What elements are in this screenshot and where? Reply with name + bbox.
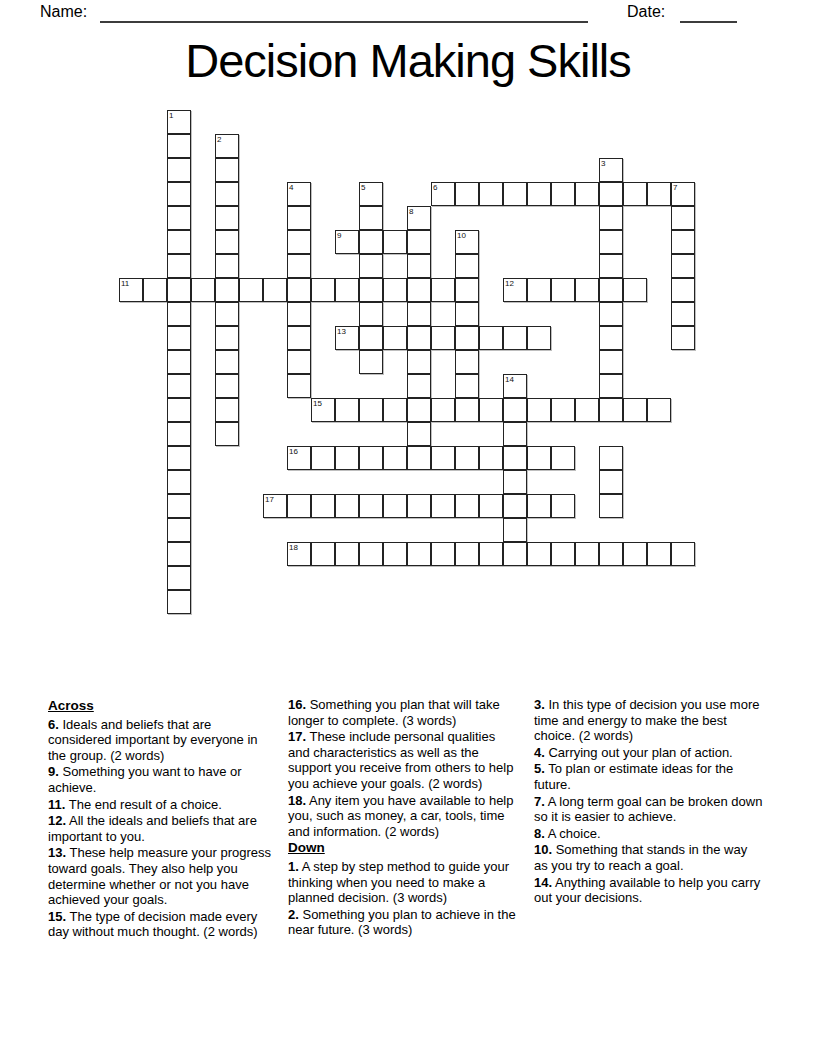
grid-void — [575, 350, 599, 374]
grid-void — [407, 470, 431, 494]
grid-void — [287, 110, 311, 134]
grid-cell[interactable]: 18 — [287, 542, 311, 566]
grid-void — [647, 590, 671, 614]
grid-void — [575, 422, 599, 446]
grid-void — [191, 470, 215, 494]
grid-void — [215, 446, 239, 470]
grid-void — [239, 158, 263, 182]
grid-cell[interactable] — [623, 542, 647, 566]
grid-void — [143, 590, 167, 614]
grid-cell[interactable] — [359, 206, 383, 230]
grid-cell[interactable] — [551, 542, 575, 566]
grid-void — [527, 302, 551, 326]
grid-cell[interactable]: 8 — [407, 206, 431, 230]
grid-cell[interactable] — [167, 302, 191, 326]
grid-void — [143, 326, 167, 350]
grid-void — [671, 350, 695, 374]
grid-cell[interactable] — [599, 374, 623, 398]
grid-void — [647, 422, 671, 446]
grid-cell[interactable] — [599, 302, 623, 326]
grid-cell[interactable] — [407, 230, 431, 254]
grid-void — [479, 374, 503, 398]
grid-cell[interactable] — [191, 278, 215, 302]
grid-cell[interactable] — [167, 590, 191, 614]
grid-cell[interactable] — [599, 230, 623, 254]
grid-cell[interactable] — [599, 542, 623, 566]
grid-void — [359, 134, 383, 158]
grid-cell[interactable] — [359, 446, 383, 470]
crossword-grid: 123456789101112131415161718 — [119, 110, 695, 614]
clue-item-across-18: 18. Any item you have available to help … — [288, 793, 520, 840]
grid-void — [575, 446, 599, 470]
grid-cell[interactable]: 10 — [455, 230, 479, 254]
grid-void — [407, 110, 431, 134]
grid-void — [551, 110, 575, 134]
cell-clue-number: 1 — [169, 111, 173, 120]
grid-cell[interactable] — [551, 398, 575, 422]
grid-void — [479, 230, 503, 254]
grid-cell[interactable] — [455, 398, 479, 422]
grid-cell[interactable] — [431, 326, 455, 350]
grid-cell[interactable] — [215, 182, 239, 206]
grid-cell[interactable] — [455, 254, 479, 278]
grid-cell[interactable] — [647, 182, 671, 206]
grid-cell[interactable] — [431, 494, 455, 518]
grid-cell[interactable] — [359, 302, 383, 326]
grid-cell[interactable] — [599, 494, 623, 518]
grid-cell[interactable] — [503, 446, 527, 470]
grid-void — [455, 110, 479, 134]
grid-cell[interactable] — [407, 422, 431, 446]
cell-clue-number: 4 — [289, 183, 293, 192]
grid-void — [575, 134, 599, 158]
grid-cell[interactable] — [167, 518, 191, 542]
grid-void — [503, 254, 527, 278]
clue-item-text: Any item you have available to help you,… — [288, 793, 514, 839]
grid-void — [479, 302, 503, 326]
grid-cell[interactable] — [359, 350, 383, 374]
grid-cell[interactable]: 13 — [335, 326, 359, 350]
clue-item-down-4: 4. Carrying out your plan of action. — [534, 745, 764, 761]
clue-item-number: 15. — [48, 909, 66, 924]
grid-cell[interactable] — [479, 542, 503, 566]
grid-cell[interactable] — [455, 182, 479, 206]
grid-cell[interactable]: 9 — [335, 230, 359, 254]
grid-void — [191, 494, 215, 518]
grid-cell[interactable] — [359, 326, 383, 350]
grid-cell[interactable] — [479, 326, 503, 350]
grid-void — [383, 206, 407, 230]
grid-cell[interactable] — [407, 350, 431, 374]
grid-cell[interactable] — [671, 302, 695, 326]
grid-cell[interactable] — [239, 278, 263, 302]
grid-cell[interactable] — [359, 278, 383, 302]
clue-item-text: Something you plan that will take longer… — [288, 697, 500, 728]
grid-void — [239, 134, 263, 158]
grid-void — [383, 350, 407, 374]
grid-cell[interactable] — [287, 302, 311, 326]
grid-cell[interactable] — [287, 374, 311, 398]
grid-cell[interactable] — [503, 182, 527, 206]
grid-cell[interactable] — [215, 374, 239, 398]
grid-cell[interactable] — [407, 374, 431, 398]
grid-cell[interactable] — [287, 350, 311, 374]
grid-cell[interactable]: 15 — [311, 398, 335, 422]
grid-cell[interactable] — [263, 278, 287, 302]
grid-cell[interactable] — [647, 542, 671, 566]
grid-cell[interactable] — [599, 350, 623, 374]
grid-void — [191, 326, 215, 350]
grid-cell[interactable] — [431, 278, 455, 302]
grid-cell[interactable] — [503, 398, 527, 422]
grid-cell[interactable] — [599, 206, 623, 230]
grid-void — [143, 446, 167, 470]
grid-void — [119, 206, 143, 230]
grid-cell[interactable] — [599, 470, 623, 494]
grid-cell[interactable] — [287, 254, 311, 278]
grid-void — [647, 374, 671, 398]
grid-cell[interactable] — [215, 326, 239, 350]
grid-cell[interactable] — [407, 254, 431, 278]
clue-item-number: 7. — [534, 794, 545, 809]
grid-void — [311, 182, 335, 206]
grid-cell[interactable] — [167, 446, 191, 470]
grid-cell[interactable] — [575, 182, 599, 206]
grid-void — [143, 542, 167, 566]
grid-cell[interactable] — [383, 326, 407, 350]
grid-cell[interactable] — [167, 278, 191, 302]
grid-cell[interactable] — [623, 278, 647, 302]
grid-void — [119, 470, 143, 494]
clue-item-text: To plan or estimate ideas for the future… — [534, 761, 733, 792]
grid-void — [263, 470, 287, 494]
grid-cell[interactable] — [335, 398, 359, 422]
grid-cell[interactable] — [455, 494, 479, 518]
grid-void — [527, 206, 551, 230]
grid-void — [575, 254, 599, 278]
grid-cell[interactable] — [287, 326, 311, 350]
grid-cell[interactable] — [407, 326, 431, 350]
grid-cell[interactable] — [167, 182, 191, 206]
grid-cell[interactable] — [551, 494, 575, 518]
grid-cell[interactable] — [167, 422, 191, 446]
grid-cell[interactable] — [431, 542, 455, 566]
grid-cell[interactable] — [143, 278, 167, 302]
grid-void — [263, 110, 287, 134]
grid-cell[interactable] — [215, 230, 239, 254]
grid-cell[interactable] — [575, 542, 599, 566]
grid-cell[interactable] — [335, 446, 359, 470]
clue-item-text: All the ideals and beliefs that are impo… — [48, 813, 257, 844]
grid-cell[interactable] — [527, 278, 551, 302]
grid-cell[interactable] — [359, 230, 383, 254]
grid-cell[interactable] — [407, 278, 431, 302]
grid-cell[interactable] — [287, 494, 311, 518]
grid-cell[interactable]: 3 — [599, 158, 623, 182]
grid-cell[interactable] — [575, 278, 599, 302]
grid-void — [431, 206, 455, 230]
grid-void — [479, 110, 503, 134]
grid-void — [311, 326, 335, 350]
grid-cell[interactable] — [455, 374, 479, 398]
grid-cell[interactable] — [167, 470, 191, 494]
grid-cell[interactable] — [671, 278, 695, 302]
grid-void — [623, 422, 647, 446]
grid-void — [431, 110, 455, 134]
grid-cell[interactable] — [671, 206, 695, 230]
clue-item-number: 1. — [288, 859, 299, 874]
grid-cell[interactable]: 17 — [263, 494, 287, 518]
grid-void — [503, 134, 527, 158]
grid-cell[interactable] — [359, 542, 383, 566]
grid-void — [671, 422, 695, 446]
clue-item-text: These include personal qualities and cha… — [288, 729, 513, 791]
grid-cell[interactable] — [407, 542, 431, 566]
grid-cell[interactable] — [671, 326, 695, 350]
grid-cell[interactable] — [335, 278, 359, 302]
grid-cell[interactable] — [599, 326, 623, 350]
grid-cell[interactable] — [167, 374, 191, 398]
grid-void — [455, 566, 479, 590]
cell-clue-number: 10 — [457, 231, 466, 240]
grid-cell[interactable] — [287, 230, 311, 254]
grid-void — [383, 110, 407, 134]
grid-void — [143, 470, 167, 494]
clue-item-down-3: 3. In this type of decision you use more… — [534, 697, 764, 744]
grid-void — [575, 566, 599, 590]
clue-item-across-17: 17. These include personal qualities and… — [288, 729, 520, 791]
name-label: Name: — [40, 3, 87, 21]
grid-cell[interactable] — [407, 302, 431, 326]
grid-cell[interactable] — [479, 446, 503, 470]
grid-cell[interactable] — [599, 446, 623, 470]
grid-void — [431, 230, 455, 254]
grid-void — [119, 374, 143, 398]
grid-void — [215, 542, 239, 566]
grid-cell[interactable] — [167, 542, 191, 566]
grid-cell[interactable] — [359, 398, 383, 422]
grid-void — [479, 590, 503, 614]
grid-cell[interactable] — [455, 350, 479, 374]
grid-void — [287, 422, 311, 446]
grid-void — [383, 470, 407, 494]
grid-void — [599, 110, 623, 134]
grid-void — [383, 158, 407, 182]
grid-void — [119, 110, 143, 134]
grid-cell[interactable]: 7 — [671, 182, 695, 206]
grid-cell[interactable] — [167, 254, 191, 278]
grid-cell[interactable] — [215, 350, 239, 374]
grid-void — [311, 590, 335, 614]
grid-cell[interactable] — [407, 446, 431, 470]
grid-cell[interactable] — [335, 494, 359, 518]
grid-cell[interactable] — [479, 182, 503, 206]
grid-void — [551, 134, 575, 158]
grid-cell[interactable] — [167, 158, 191, 182]
clue-list-header-down: Down — [288, 840, 520, 856]
grid-cell[interactable] — [287, 206, 311, 230]
grid-void — [551, 518, 575, 542]
grid-cell[interactable] — [167, 398, 191, 422]
grid-void — [263, 374, 287, 398]
grid-cell[interactable] — [527, 398, 551, 422]
grid-cell[interactable] — [431, 446, 455, 470]
grid-void — [311, 158, 335, 182]
cell-clue-number: 5 — [361, 183, 365, 192]
grid-void — [239, 422, 263, 446]
grid-void — [383, 302, 407, 326]
grid-cell[interactable]: 1 — [167, 110, 191, 134]
grid-void — [119, 518, 143, 542]
grid-cell[interactable] — [551, 278, 575, 302]
grid-void — [119, 446, 143, 470]
grid-void — [623, 470, 647, 494]
grid-cell[interactable]: 16 — [287, 446, 311, 470]
grid-void — [599, 590, 623, 614]
grid-cell[interactable] — [527, 182, 551, 206]
grid-cell[interactable] — [671, 230, 695, 254]
grid-cell[interactable] — [503, 542, 527, 566]
grid-cell[interactable] — [359, 494, 383, 518]
grid-void — [575, 494, 599, 518]
grid-cell[interactable] — [215, 206, 239, 230]
grid-void — [383, 134, 407, 158]
grid-void — [263, 518, 287, 542]
grid-void — [527, 566, 551, 590]
grid-void — [575, 518, 599, 542]
grid-void — [551, 566, 575, 590]
grid-cell[interactable] — [215, 302, 239, 326]
grid-cell[interactable] — [599, 254, 623, 278]
grid-cell[interactable] — [215, 398, 239, 422]
grid-cell[interactable] — [167, 494, 191, 518]
cell-clue-number: 14 — [505, 375, 514, 384]
grid-void — [263, 422, 287, 446]
grid-cell[interactable] — [311, 494, 335, 518]
grid-cell[interactable] — [503, 422, 527, 446]
grid-cell[interactable] — [479, 398, 503, 422]
grid-cell[interactable] — [311, 278, 335, 302]
grid-void — [647, 350, 671, 374]
grid-void — [503, 302, 527, 326]
grid-cell[interactable] — [551, 446, 575, 470]
grid-cell[interactable] — [527, 542, 551, 566]
grid-cell[interactable] — [527, 326, 551, 350]
clue-list-header-across: Across — [48, 698, 276, 714]
grid-cell[interactable] — [383, 278, 407, 302]
grid-void — [239, 326, 263, 350]
grid-cell[interactable] — [551, 182, 575, 206]
grid-cell[interactable] — [503, 326, 527, 350]
grid-cell[interactable]: 12 — [503, 278, 527, 302]
grid-void — [479, 206, 503, 230]
grid-void — [287, 134, 311, 158]
grid-cell[interactable]: 11 — [119, 278, 143, 302]
grid-cell[interactable] — [335, 542, 359, 566]
grid-void — [239, 398, 263, 422]
grid-cell[interactable]: 4 — [287, 182, 311, 206]
grid-cell[interactable] — [599, 398, 623, 422]
grid-void — [503, 230, 527, 254]
grid-cell[interactable] — [431, 398, 455, 422]
grid-cell[interactable] — [455, 542, 479, 566]
grid-cell[interactable] — [167, 230, 191, 254]
grid-void — [479, 158, 503, 182]
grid-cell[interactable]: 6 — [431, 182, 455, 206]
grid-cell[interactable] — [599, 182, 623, 206]
grid-cell[interactable] — [623, 398, 647, 422]
grid-cell[interactable] — [383, 398, 407, 422]
grid-void — [647, 110, 671, 134]
grid-cell[interactable] — [575, 398, 599, 422]
grid-cell[interactable]: 2 — [215, 134, 239, 158]
clue-item-down-7: 7. A long term goal can be broken down s… — [534, 794, 764, 825]
grid-void — [191, 110, 215, 134]
grid-void — [527, 350, 551, 374]
grid-cell[interactable] — [215, 422, 239, 446]
clue-item-text: A step by step method to guide your thin… — [288, 859, 509, 905]
grid-cell[interactable] — [455, 446, 479, 470]
grid-cell[interactable]: 14 — [503, 374, 527, 398]
grid-cell[interactable] — [503, 494, 527, 518]
grid-cell[interactable] — [383, 446, 407, 470]
grid-cell[interactable] — [167, 134, 191, 158]
grid-void — [143, 134, 167, 158]
grid-cell[interactable] — [311, 542, 335, 566]
grid-cell[interactable] — [383, 542, 407, 566]
cell-clue-number: 6 — [433, 183, 437, 192]
grid-cell[interactable] — [167, 326, 191, 350]
grid-cell[interactable] — [215, 278, 239, 302]
grid-cell[interactable] — [527, 446, 551, 470]
grid-cell[interactable] — [479, 494, 503, 518]
grid-cell[interactable] — [527, 494, 551, 518]
grid-void — [191, 398, 215, 422]
grid-void — [575, 206, 599, 230]
grid-cell[interactable] — [383, 494, 407, 518]
grid-void — [119, 134, 143, 158]
grid-cell[interactable] — [359, 254, 383, 278]
grid-void — [479, 518, 503, 542]
grid-cell[interactable] — [383, 230, 407, 254]
grid-cell[interactable] — [215, 158, 239, 182]
grid-cell[interactable] — [503, 470, 527, 494]
grid-cell[interactable] — [671, 254, 695, 278]
grid-cell[interactable] — [407, 398, 431, 422]
grid-void — [191, 302, 215, 326]
grid-cell[interactable] — [647, 398, 671, 422]
grid-void — [191, 182, 215, 206]
grid-void — [671, 566, 695, 590]
grid-cell[interactable] — [215, 254, 239, 278]
grid-cell[interactable] — [623, 182, 647, 206]
grid-cell[interactable]: 5 — [359, 182, 383, 206]
grid-cell[interactable] — [503, 518, 527, 542]
grid-cell[interactable] — [455, 326, 479, 350]
grid-cell[interactable] — [599, 278, 623, 302]
grid-cell[interactable] — [455, 278, 479, 302]
grid-cell[interactable] — [287, 278, 311, 302]
grid-cell[interactable] — [167, 350, 191, 374]
grid-cell[interactable] — [167, 566, 191, 590]
grid-cell[interactable] — [311, 446, 335, 470]
grid-cell[interactable] — [671, 542, 695, 566]
grid-cell[interactable] — [455, 302, 479, 326]
grid-cell[interactable] — [407, 494, 431, 518]
cell-clue-number: 16 — [289, 447, 298, 456]
grid-void — [335, 134, 359, 158]
grid-cell[interactable] — [167, 206, 191, 230]
